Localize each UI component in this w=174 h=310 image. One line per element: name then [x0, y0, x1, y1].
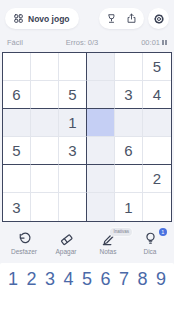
share-button[interactable]: [126, 13, 137, 24]
cell-r5c4[interactable]: [87, 165, 115, 193]
gear-icon: [153, 13, 165, 25]
cell-r4c4[interactable]: [87, 137, 115, 165]
cell-r3c2[interactable]: [31, 109, 59, 137]
cell-r1c1[interactable]: [3, 53, 31, 81]
new-game-label: Novo jogo: [28, 14, 70, 24]
new-game-button[interactable]: Novo jogo: [5, 8, 79, 29]
undo-label: Desfazer: [11, 248, 37, 255]
cell-r3c4[interactable]: [87, 109, 115, 137]
cell-r6c3[interactable]: [59, 193, 87, 221]
cell-r6c1[interactable]: 3: [3, 193, 31, 221]
pause-button[interactable]: [162, 40, 167, 46]
hint-button[interactable]: 1 Dica: [131, 231, 169, 255]
trophy-button[interactable]: [106, 13, 117, 24]
status-row: Fácil Erros: 0/3 00:01: [0, 38, 174, 47]
numpad-key-4[interactable]: 4: [62, 269, 76, 290]
cell-r2c5[interactable]: 3: [115, 81, 143, 109]
top-bar: Novo jogo: [0, 0, 174, 29]
cell-r4c1[interactable]: 5: [3, 137, 31, 165]
errors-counter: Erros: 0/3: [66, 38, 99, 47]
notes-badge: Inativas: [110, 228, 132, 236]
notes-label: Notas: [100, 248, 117, 255]
cell-r3c5[interactable]: [115, 109, 143, 137]
cell-r2c1[interactable]: 6: [3, 81, 31, 109]
numpad-panel: 123456789: [0, 263, 174, 310]
cell-r4c5[interactable]: 6: [115, 137, 143, 165]
numpad-key-3[interactable]: 3: [43, 269, 57, 290]
share-icon: [126, 13, 137, 24]
timer: 00:01: [141, 38, 167, 47]
trophy-icon: [106, 13, 117, 24]
cell-r5c2[interactable]: [31, 165, 59, 193]
numpad-key-5[interactable]: 5: [80, 269, 94, 290]
cell-r1c2[interactable]: [31, 53, 59, 81]
cell-r1c6[interactable]: 5: [143, 53, 171, 81]
cell-r4c2[interactable]: [31, 137, 59, 165]
timer-value: 00:01: [141, 38, 160, 47]
cell-r6c4[interactable]: [87, 193, 115, 221]
topbar-icon-pill: [99, 8, 144, 29]
erase-button[interactable]: Apagar: [47, 231, 85, 255]
undo-button[interactable]: Desfazer: [5, 231, 43, 255]
numpad-key-1[interactable]: 1: [6, 269, 20, 290]
topbar-actions: [99, 8, 169, 29]
cell-r1c4[interactable]: [87, 53, 115, 81]
cell-r2c4[interactable]: [87, 81, 115, 109]
cell-r6c5[interactable]: 1: [115, 193, 143, 221]
difficulty-label: Fácil: [7, 38, 23, 47]
settings-button[interactable]: [148, 8, 169, 29]
cell-r1c3[interactable]: [59, 53, 87, 81]
cell-r2c3[interactable]: 5: [59, 81, 87, 109]
cell-r5c5[interactable]: [115, 165, 143, 193]
eraser-icon: [59, 231, 74, 246]
cell-r4c6[interactable]: [143, 137, 171, 165]
numpad-key-6[interactable]: 6: [99, 269, 113, 290]
cell-r1c5[interactable]: [115, 53, 143, 81]
numpad-key-7[interactable]: 7: [117, 269, 131, 290]
hint-label: Dica: [143, 248, 156, 255]
board: 565341536231: [2, 52, 172, 222]
toolbar: Desfazer Apagar Inativas Notas 1 Dica: [0, 231, 174, 255]
numpad: 123456789: [6, 269, 168, 290]
cell-r2c2[interactable]: [31, 81, 59, 109]
erase-label: Apagar: [56, 248, 77, 255]
cell-r5c1[interactable]: [3, 165, 31, 193]
cell-r3c1[interactable]: [3, 109, 31, 137]
cell-r3c3[interactable]: 1: [59, 109, 87, 137]
undo-icon: [17, 231, 32, 246]
hint-badge: 1: [159, 228, 168, 237]
bulb-icon: [143, 231, 158, 246]
numpad-key-8[interactable]: 8: [136, 269, 150, 290]
numpad-key-2[interactable]: 2: [25, 269, 39, 290]
cell-r3c6[interactable]: [143, 109, 171, 137]
cell-r6c2[interactable]: [31, 193, 59, 221]
cell-r6c6[interactable]: [143, 193, 171, 221]
cell-r5c3[interactable]: [59, 165, 87, 193]
numpad-key-9[interactable]: 9: [154, 269, 168, 290]
cell-r4c3[interactable]: 3: [59, 137, 87, 165]
notes-button[interactable]: Inativas Notas: [89, 231, 127, 255]
grid-icon: [14, 14, 23, 23]
cell-r2c6[interactable]: 4: [143, 81, 171, 109]
cell-r5c6[interactable]: 2: [143, 165, 171, 193]
